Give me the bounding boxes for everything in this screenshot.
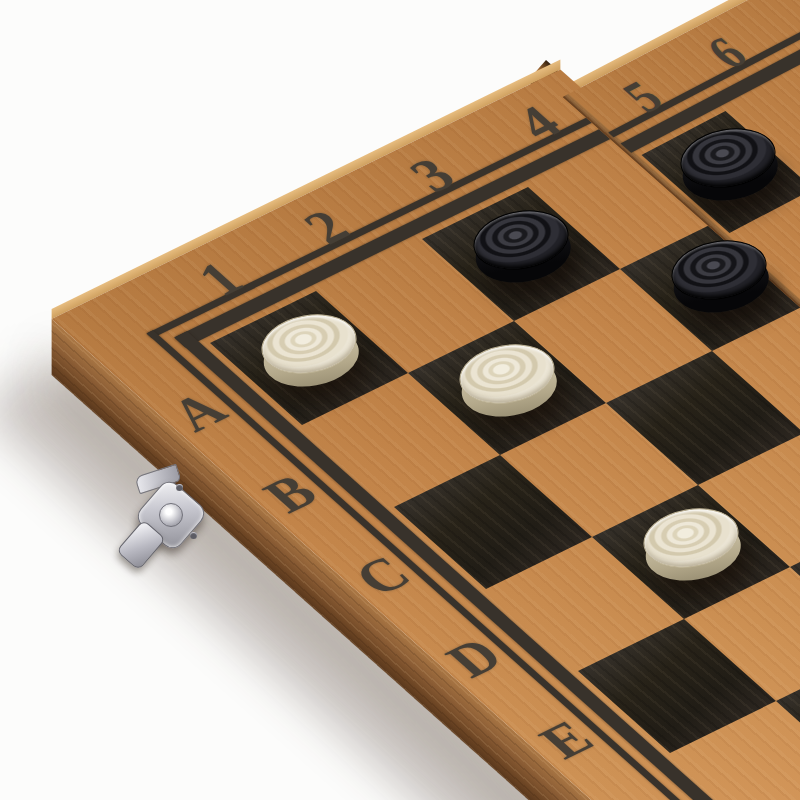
hinge-screw bbox=[176, 484, 183, 491]
hinge-pivot bbox=[159, 503, 183, 527]
hinge-clasp-icon bbox=[116, 462, 216, 582]
board-photo-scene: 1234ABCDE 56 bbox=[0, 0, 800, 800]
hinge-screw bbox=[190, 532, 197, 539]
